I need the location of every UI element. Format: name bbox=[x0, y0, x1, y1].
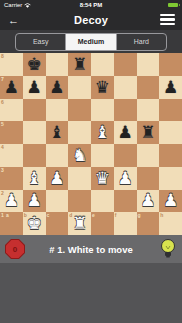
square-f1[interactable]: f bbox=[114, 212, 137, 235]
square-g2[interactable]: ♟ bbox=[137, 190, 160, 213]
square-d7[interactable] bbox=[68, 76, 91, 99]
difficulty-section: Easy Medium Hard bbox=[0, 30, 182, 53]
square-d1[interactable]: d♜ bbox=[68, 212, 91, 235]
square-a2[interactable]: 2♟ bbox=[0, 190, 23, 213]
piece-white-knight[interactable]: ♞ bbox=[72, 147, 87, 164]
rank-label-2: 2 bbox=[1, 191, 4, 196]
square-g4[interactable] bbox=[137, 144, 160, 167]
tab-easy[interactable]: Easy bbox=[16, 34, 66, 50]
square-e8[interactable] bbox=[91, 53, 114, 76]
square-f2[interactable] bbox=[114, 190, 137, 213]
square-f8[interactable] bbox=[114, 53, 137, 76]
square-b5[interactable] bbox=[23, 121, 46, 144]
square-c1[interactable]: c bbox=[46, 212, 69, 235]
clock: 8:54 PM bbox=[0, 2, 182, 8]
square-c7[interactable]: ♟ bbox=[46, 76, 69, 99]
piece-white-pawn[interactable]: ♟ bbox=[118, 170, 133, 187]
file-label-a: a bbox=[6, 213, 9, 218]
square-b1[interactable]: b♚ bbox=[23, 212, 46, 235]
square-e7[interactable]: ♛ bbox=[91, 76, 114, 99]
piece-white-bishop[interactable]: ♝ bbox=[27, 170, 42, 187]
rank-label-7: 7 bbox=[1, 77, 4, 82]
square-a3[interactable]: 3 bbox=[0, 167, 23, 190]
app-window: Carrier 8:54 PM ← Decoy Easy Medium Hard… bbox=[0, 0, 182, 323]
piece-black-queen[interactable]: ♛ bbox=[95, 79, 110, 96]
piece-black-bishop[interactable]: ♝ bbox=[49, 124, 64, 141]
piece-black-rook[interactable]: ♜ bbox=[140, 124, 155, 141]
square-g5[interactable]: ♜ bbox=[137, 121, 160, 144]
square-c6[interactable] bbox=[46, 99, 69, 122]
piece-white-rook[interactable]: ♜ bbox=[72, 215, 87, 232]
square-a1[interactable]: 1a bbox=[0, 212, 23, 235]
tab-hard[interactable]: Hard bbox=[117, 34, 166, 50]
file-label-e: e bbox=[92, 213, 95, 218]
square-b3[interactable]: ♝ bbox=[23, 167, 46, 190]
square-b7[interactable]: ♟ bbox=[23, 76, 46, 99]
piece-black-pawn[interactable]: ♟ bbox=[118, 124, 133, 141]
piece-black-pawn[interactable]: ♟ bbox=[49, 79, 64, 96]
square-e5[interactable]: ♝ bbox=[91, 121, 114, 144]
square-a8[interactable]: 8 bbox=[0, 53, 23, 76]
square-e6[interactable] bbox=[91, 99, 114, 122]
square-g6[interactable] bbox=[137, 99, 160, 122]
rank-label-1: 1 bbox=[1, 213, 4, 218]
piece-white-bishop[interactable]: ♝ bbox=[95, 124, 110, 141]
battery-icon bbox=[168, 3, 178, 7]
square-d4[interactable]: ♞ bbox=[68, 144, 91, 167]
square-f5[interactable]: ♟ bbox=[114, 121, 137, 144]
mistakes-badge[interactable]: 0 bbox=[5, 239, 25, 259]
piece-white-pawn[interactable]: ♟ bbox=[4, 192, 19, 209]
piece-white-pawn[interactable]: ♟ bbox=[27, 192, 42, 209]
square-f6[interactable] bbox=[114, 99, 137, 122]
square-b8[interactable]: ♚ bbox=[23, 53, 46, 76]
piece-white-king[interactable]: ♚ bbox=[27, 215, 42, 232]
piece-black-pawn[interactable]: ♟ bbox=[163, 79, 178, 96]
square-a5[interactable]: 5 bbox=[0, 121, 23, 144]
file-label-d: d bbox=[69, 213, 72, 218]
square-d5[interactable] bbox=[68, 121, 91, 144]
square-g7[interactable] bbox=[137, 76, 160, 99]
square-g8[interactable] bbox=[137, 53, 160, 76]
chess-board: 8♚♜7♟♟♟♛♟65♝♝♟♜4♞3♝♟♛♟2♟♟♟♟1ab♚cd♜efgh bbox=[0, 53, 182, 235]
piece-black-king[interactable]: ♚ bbox=[27, 56, 42, 73]
square-d8[interactable]: ♜ bbox=[68, 53, 91, 76]
square-h7[interactable]: ♟ bbox=[159, 76, 182, 99]
square-f3[interactable]: ♟ bbox=[114, 167, 137, 190]
piece-white-queen[interactable]: ♛ bbox=[95, 170, 110, 187]
square-e4[interactable] bbox=[91, 144, 114, 167]
square-h5[interactable] bbox=[159, 121, 182, 144]
square-g3[interactable] bbox=[137, 167, 160, 190]
status-bar: Carrier 8:54 PM bbox=[0, 0, 182, 10]
square-d3[interactable] bbox=[68, 167, 91, 190]
piece-white-pawn[interactable]: ♟ bbox=[140, 192, 155, 209]
file-label-b: b bbox=[24, 213, 27, 218]
square-b4[interactable] bbox=[23, 144, 46, 167]
square-h4[interactable] bbox=[159, 144, 182, 167]
square-c3[interactable]: ♟ bbox=[46, 167, 69, 190]
square-h3[interactable] bbox=[159, 167, 182, 190]
rank-label-5: 5 bbox=[1, 122, 4, 127]
square-c4[interactable] bbox=[46, 144, 69, 167]
square-e1[interactable]: e bbox=[91, 212, 114, 235]
rank-label-3: 3 bbox=[1, 168, 4, 173]
hamburger-menu-icon[interactable] bbox=[160, 14, 175, 25]
square-g1[interactable]: g bbox=[137, 212, 160, 235]
rank-label-6: 6 bbox=[1, 100, 4, 105]
square-f7[interactable] bbox=[114, 76, 137, 99]
back-button[interactable]: ← bbox=[8, 10, 19, 30]
square-h1[interactable]: h bbox=[159, 212, 182, 235]
square-d6[interactable] bbox=[68, 99, 91, 122]
piece-black-pawn[interactable]: ♟ bbox=[4, 79, 19, 96]
mistakes-count: 0 bbox=[13, 245, 17, 254]
rank-label-8: 8 bbox=[1, 54, 4, 59]
square-c5[interactable]: ♝ bbox=[46, 121, 69, 144]
piece-white-pawn[interactable]: ♟ bbox=[49, 170, 64, 187]
file-label-f: f bbox=[115, 213, 117, 218]
file-label-g: g bbox=[138, 213, 141, 218]
rank-label-4: 4 bbox=[1, 145, 4, 150]
piece-black-rook[interactable]: ♜ bbox=[72, 56, 87, 73]
piece-black-pawn[interactable]: ♟ bbox=[27, 79, 42, 96]
square-e3[interactable]: ♛ bbox=[91, 167, 114, 190]
square-f4[interactable] bbox=[114, 144, 137, 167]
piece-white-pawn[interactable]: ♟ bbox=[163, 192, 178, 209]
file-label-h: h bbox=[160, 213, 163, 218]
footer-bar: 0 # 1. White to move bbox=[0, 235, 182, 263]
page-title: Decoy bbox=[74, 14, 108, 26]
square-a4[interactable]: 4 bbox=[0, 144, 23, 167]
square-b6[interactable] bbox=[23, 99, 46, 122]
square-h2[interactable]: ♟ bbox=[159, 190, 182, 213]
square-h8[interactable] bbox=[159, 53, 182, 76]
square-c8[interactable] bbox=[46, 53, 69, 76]
difficulty-segmented-control: Easy Medium Hard bbox=[15, 33, 167, 51]
square-a7[interactable]: 7♟ bbox=[0, 76, 23, 99]
nav-bar: ← Decoy bbox=[0, 10, 182, 30]
footer-background bbox=[0, 263, 182, 323]
square-h6[interactable] bbox=[159, 99, 182, 122]
lightbulb-icon[interactable] bbox=[160, 238, 176, 260]
square-d2[interactable] bbox=[68, 190, 91, 213]
file-label-c: c bbox=[47, 213, 50, 218]
square-e2[interactable] bbox=[91, 190, 114, 213]
square-a6[interactable]: 6 bbox=[0, 99, 23, 122]
move-status-text: # 1. White to move bbox=[0, 244, 182, 255]
square-b2[interactable]: ♟ bbox=[23, 190, 46, 213]
square-c2[interactable] bbox=[46, 190, 69, 213]
tab-medium[interactable]: Medium bbox=[66, 34, 116, 50]
